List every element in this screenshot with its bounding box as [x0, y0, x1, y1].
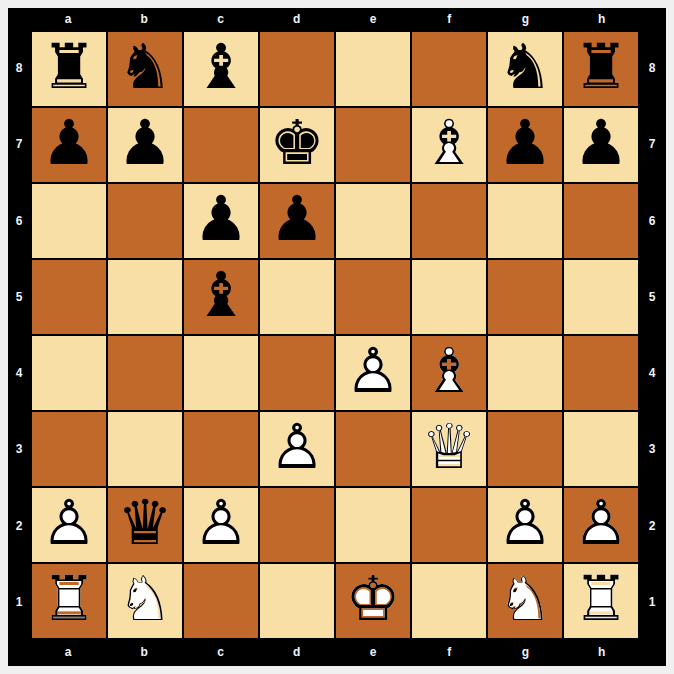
- black-piece-glyph: ♟: [260, 184, 334, 258]
- square-d3[interactable]: ♟♙: [259, 411, 335, 487]
- black-bishop[interactable]: ♝: [184, 32, 258, 106]
- square-f5[interactable]: [411, 259, 487, 335]
- black-knight[interactable]: ♞: [488, 32, 562, 106]
- rank-label-3-right: 3: [638, 411, 666, 487]
- black-piece-glyph: ♟: [32, 108, 106, 182]
- file-label-b-bottom: b: [106, 638, 182, 666]
- square-c8[interactable]: ♝: [183, 31, 259, 107]
- white-piece-outline: ♔: [336, 564, 410, 638]
- square-c1[interactable]: [183, 563, 259, 639]
- file-label-a-bottom: a: [30, 638, 106, 666]
- square-b5[interactable]: [107, 259, 183, 335]
- file-label-d-bottom: d: [259, 638, 335, 666]
- square-c4[interactable]: [183, 335, 259, 411]
- black-pawn[interactable]: ♟: [184, 184, 258, 258]
- white-piece-outline: ♗: [412, 108, 486, 182]
- file-label-f-bottom: f: [411, 638, 487, 666]
- white-pawn[interactable]: ♟♙: [564, 488, 638, 562]
- black-piece-glyph: ♛: [108, 488, 182, 562]
- black-rook[interactable]: ♜: [32, 32, 106, 106]
- black-pawn[interactable]: ♟: [260, 184, 334, 258]
- square-f4[interactable]: ♝♗: [411, 335, 487, 411]
- rank-label-4-left: 4: [8, 335, 30, 411]
- square-b7[interactable]: ♟: [107, 107, 183, 183]
- file-label-c-bottom: c: [183, 638, 259, 666]
- square-f2[interactable]: [411, 487, 487, 563]
- square-d7[interactable]: ♚: [259, 107, 335, 183]
- white-piece-outline: ♖: [564, 564, 638, 638]
- square-f1[interactable]: [411, 563, 487, 639]
- white-rook[interactable]: ♜♖: [564, 564, 638, 638]
- rank-label-2-right: 2: [638, 488, 666, 564]
- black-piece-glyph: ♝: [184, 32, 258, 106]
- square-g8[interactable]: ♞: [487, 31, 563, 107]
- file-label-g-top: g: [488, 8, 564, 30]
- rank-label-8-left: 8: [8, 30, 30, 106]
- black-piece-glyph: ♜: [32, 32, 106, 106]
- black-piece-glyph: ♝: [184, 260, 258, 334]
- square-e1[interactable]: ♚♔: [335, 563, 411, 639]
- square-a5[interactable]: [31, 259, 107, 335]
- square-d4[interactable]: [259, 335, 335, 411]
- white-piece-outline: ♙: [32, 488, 106, 562]
- file-label-d-top: d: [259, 8, 335, 30]
- square-g3[interactable]: [487, 411, 563, 487]
- rank-label-8-right: 8: [638, 30, 666, 106]
- black-pawn[interactable]: ♟: [108, 108, 182, 182]
- square-g7[interactable]: ♟: [487, 107, 563, 183]
- black-rook[interactable]: ♜: [564, 32, 638, 106]
- white-pawn[interactable]: ♟♙: [32, 488, 106, 562]
- square-d8[interactable]: [259, 31, 335, 107]
- square-h7[interactable]: ♟: [563, 107, 639, 183]
- white-piece-outline: ♙: [564, 488, 638, 562]
- white-bishop[interactable]: ♝♗: [412, 108, 486, 182]
- white-knight[interactable]: ♞♘: [108, 564, 182, 638]
- white-rook[interactable]: ♜♖: [32, 564, 106, 638]
- file-label-a-top: a: [30, 8, 106, 30]
- white-piece-outline: ♘: [488, 564, 562, 638]
- square-h8[interactable]: ♜: [563, 31, 639, 107]
- square-e8[interactable]: [335, 31, 411, 107]
- white-piece-outline: ♘: [108, 564, 182, 638]
- square-h6[interactable]: [563, 183, 639, 259]
- square-a1[interactable]: ♜♖: [31, 563, 107, 639]
- rank-label-5-left: 5: [8, 259, 30, 335]
- black-piece-glyph: ♟: [564, 108, 638, 182]
- white-piece-outline: ♗: [412, 336, 486, 410]
- square-a7[interactable]: ♟: [31, 107, 107, 183]
- white-piece-outline: ♙: [488, 488, 562, 562]
- black-queen[interactable]: ♛: [108, 488, 182, 562]
- square-c5[interactable]: ♝: [183, 259, 259, 335]
- square-h3[interactable]: [563, 411, 639, 487]
- square-f8[interactable]: [411, 31, 487, 107]
- rank-label-1-right: 1: [638, 564, 666, 640]
- rank-label-3-left: 3: [8, 411, 30, 487]
- file-label-f-top: f: [411, 8, 487, 30]
- square-g2[interactable]: ♟♙: [487, 487, 563, 563]
- file-label-b-top: b: [106, 8, 182, 30]
- black-bishop[interactable]: ♝: [184, 260, 258, 334]
- square-f6[interactable]: [411, 183, 487, 259]
- square-g6[interactable]: [487, 183, 563, 259]
- square-h5[interactable]: [563, 259, 639, 335]
- black-pawn[interactable]: ♟: [32, 108, 106, 182]
- square-e5[interactable]: [335, 259, 411, 335]
- white-queen[interactable]: ♛♕: [412, 412, 486, 486]
- white-piece-outline: ♕: [412, 412, 486, 486]
- square-a4[interactable]: [31, 335, 107, 411]
- square-f7[interactable]: ♝♗: [411, 107, 487, 183]
- black-piece-glyph: ♟: [488, 108, 562, 182]
- rank-label-1-left: 1: [8, 564, 30, 640]
- white-knight[interactable]: ♞♘: [488, 564, 562, 638]
- chess-app-page: ♜♞♝♞♜♟♟♚♝♗♟♟♟♟♝♟♙♝♗♟♙♛♕♟♙♛♟♙♟♙♟♙♜♖♞♘♚♔♞♘…: [0, 0, 674, 674]
- square-c3[interactable]: [183, 411, 259, 487]
- square-b2[interactable]: ♛: [107, 487, 183, 563]
- square-e7[interactable]: [335, 107, 411, 183]
- square-f3[interactable]: ♛♕: [411, 411, 487, 487]
- square-c6[interactable]: ♟: [183, 183, 259, 259]
- black-pawn[interactable]: ♟: [564, 108, 638, 182]
- square-d5[interactable]: [259, 259, 335, 335]
- rank-label-6-right: 6: [638, 183, 666, 259]
- black-king[interactable]: ♚: [260, 108, 334, 182]
- white-pawn[interactable]: ♟♙: [488, 488, 562, 562]
- square-b8[interactable]: ♞: [107, 31, 183, 107]
- black-knight[interactable]: ♞: [108, 32, 182, 106]
- black-piece-glyph: ♟: [184, 184, 258, 258]
- white-king[interactable]: ♚♔: [336, 564, 410, 638]
- black-pawn[interactable]: ♟: [488, 108, 562, 182]
- file-label-h-top: h: [564, 8, 640, 30]
- square-e2[interactable]: [335, 487, 411, 563]
- square-a3[interactable]: [31, 411, 107, 487]
- white-pawn[interactable]: ♟♙: [184, 488, 258, 562]
- black-piece-glyph: ♚: [260, 108, 334, 182]
- white-bishop[interactable]: ♝♗: [412, 336, 486, 410]
- square-g4[interactable]: [487, 335, 563, 411]
- square-d6[interactable]: ♟: [259, 183, 335, 259]
- square-g1[interactable]: ♞♘: [487, 563, 563, 639]
- square-b6[interactable]: [107, 183, 183, 259]
- square-a6[interactable]: [31, 183, 107, 259]
- square-h1[interactable]: ♜♖: [563, 563, 639, 639]
- white-piece-outline: ♙: [184, 488, 258, 562]
- white-piece-outline: ♙: [260, 412, 334, 486]
- white-pawn[interactable]: ♟♙: [260, 412, 334, 486]
- black-piece-glyph: ♞: [108, 32, 182, 106]
- square-h2[interactable]: ♟♙: [563, 487, 639, 563]
- file-label-c-top: c: [183, 8, 259, 30]
- rank-label-2-left: 2: [8, 488, 30, 564]
- rank-label-7-right: 7: [638, 106, 666, 182]
- square-e4[interactable]: ♟♙: [335, 335, 411, 411]
- white-piece-outline: ♖: [32, 564, 106, 638]
- chess-board: ♜♞♝♞♜♟♟♚♝♗♟♟♟♟♝♟♙♝♗♟♙♛♕♟♙♛♟♙♟♙♟♙♜♖♞♘♚♔♞♘…: [30, 30, 640, 640]
- square-b3[interactable]: [107, 411, 183, 487]
- square-g5[interactable]: [487, 259, 563, 335]
- square-c2[interactable]: ♟♙: [183, 487, 259, 563]
- square-d2[interactable]: [259, 487, 335, 563]
- file-label-e-bottom: e: [335, 638, 411, 666]
- square-a8[interactable]: ♜: [31, 31, 107, 107]
- black-piece-glyph: ♜: [564, 32, 638, 106]
- rank-label-4-right: 4: [638, 335, 666, 411]
- file-label-h-bottom: h: [564, 638, 640, 666]
- square-e3[interactable]: [335, 411, 411, 487]
- square-b4[interactable]: [107, 335, 183, 411]
- square-c7[interactable]: [183, 107, 259, 183]
- rank-label-5-right: 5: [638, 259, 666, 335]
- white-piece-outline: ♙: [336, 336, 410, 410]
- square-b1[interactable]: ♞♘: [107, 563, 183, 639]
- board-frame: ♜♞♝♞♜♟♟♚♝♗♟♟♟♟♝♟♙♝♗♟♙♛♕♟♙♛♟♙♟♙♟♙♜♖♞♘♚♔♞♘…: [8, 8, 666, 666]
- rank-label-6-left: 6: [8, 183, 30, 259]
- black-piece-glyph: ♞: [488, 32, 562, 106]
- square-a2[interactable]: ♟♙: [31, 487, 107, 563]
- rank-label-7-left: 7: [8, 106, 30, 182]
- file-label-e-top: e: [335, 8, 411, 30]
- square-e6[interactable]: [335, 183, 411, 259]
- square-h4[interactable]: [563, 335, 639, 411]
- square-d1[interactable]: [259, 563, 335, 639]
- black-piece-glyph: ♟: [108, 108, 182, 182]
- white-pawn[interactable]: ♟♙: [336, 336, 410, 410]
- file-label-g-bottom: g: [488, 638, 564, 666]
